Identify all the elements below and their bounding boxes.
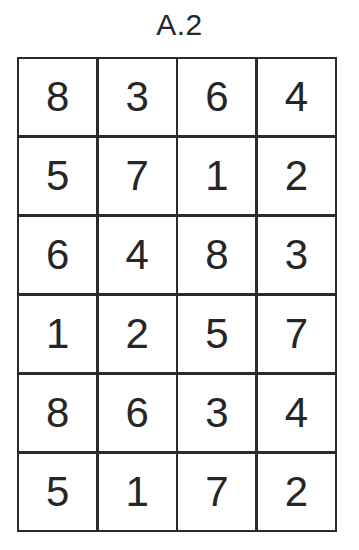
grid-cell-r4c3: 5 <box>178 296 255 372</box>
grid-cell-r6c1: 5 <box>19 454 96 530</box>
grid-cell-r6c2: 1 <box>99 454 176 530</box>
grid-cell-r2c4: 2 <box>258 138 335 214</box>
grid-cell-r1c2: 3 <box>99 59 176 135</box>
grid-cell-r5c1: 8 <box>19 375 96 451</box>
grid-cell-r4c4: 7 <box>258 296 335 372</box>
grid-cell-r1c3: 6 <box>178 59 255 135</box>
grid-cell-r3c4: 3 <box>258 217 335 293</box>
grid-cell-r3c2: 4 <box>99 217 176 293</box>
grid-cell-r6c3: 7 <box>178 454 255 530</box>
grid-cell-r3c3: 8 <box>178 217 255 293</box>
number-grid: 836457126483125786345172 <box>17 57 337 532</box>
grid-cell-r2c1: 5 <box>19 138 96 214</box>
grid-cell-r3c1: 6 <box>19 217 96 293</box>
grid-cell-r4c1: 1 <box>19 296 96 372</box>
grid-cell-r5c4: 4 <box>258 375 335 451</box>
figure-title: A.2 <box>0 7 359 43</box>
grid-cell-r5c3: 3 <box>178 375 255 451</box>
grid-cell-r5c2: 6 <box>99 375 176 451</box>
grid-cell-r1c1: 8 <box>19 59 96 135</box>
grid-cell-r1c4: 4 <box>258 59 335 135</box>
grid-cell-r4c2: 2 <box>99 296 176 372</box>
grid-cell-r6c4: 2 <box>258 454 335 530</box>
grid-cell-r2c2: 7 <box>99 138 176 214</box>
grid-cell-r2c3: 1 <box>178 138 255 214</box>
